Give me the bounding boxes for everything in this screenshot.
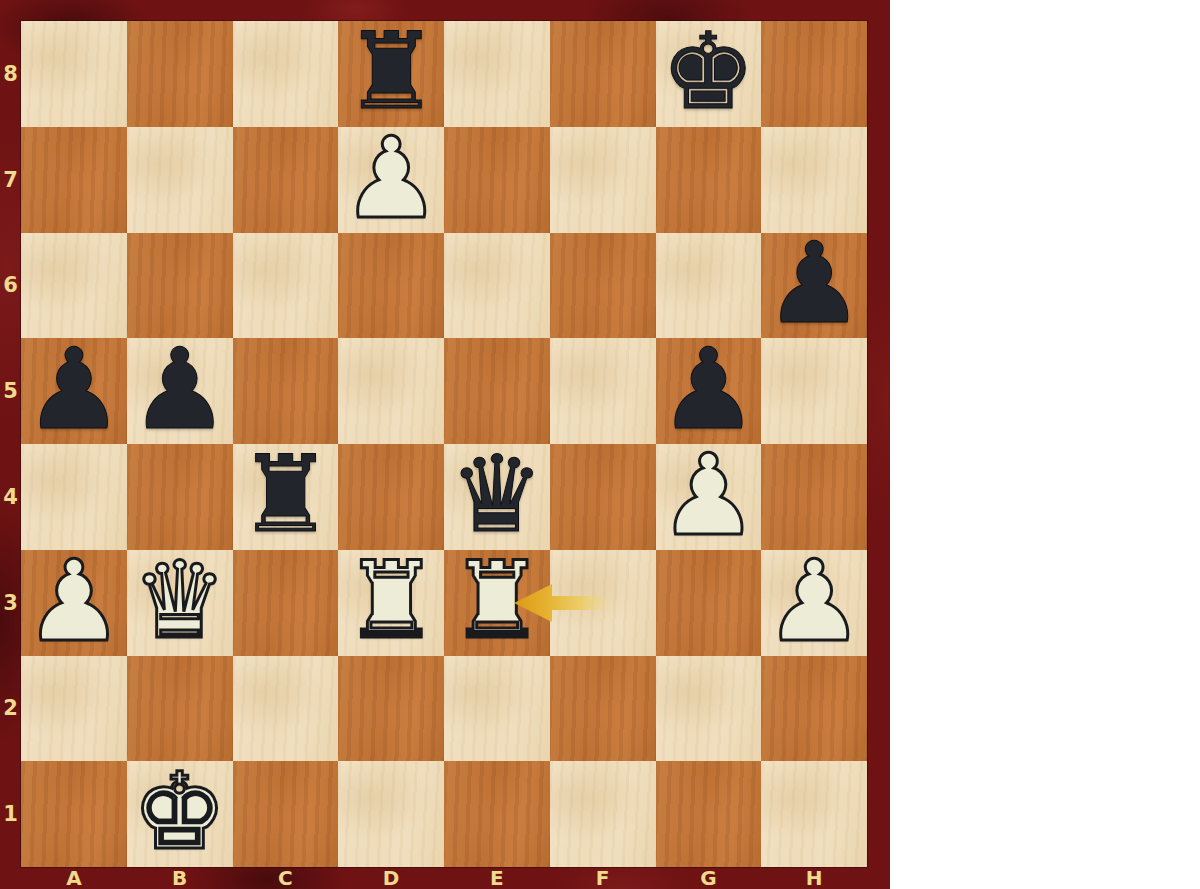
rank-label-8: 8: [0, 21, 21, 127]
square-b8[interactable]: [127, 21, 233, 127]
white-rook-d3[interactable]: ♜: [344, 550, 439, 654]
square-g6[interactable]: [656, 233, 762, 339]
black-rook-c4[interactable]: ♜: [238, 444, 333, 548]
file-label-f: F: [550, 867, 656, 889]
square-g3[interactable]: [656, 550, 762, 656]
square-g8[interactable]: ♚: [656, 21, 762, 127]
rank-label-5: 5: [0, 338, 21, 444]
square-b4[interactable]: [127, 444, 233, 550]
white-pawn-h3[interactable]: ♟: [764, 550, 864, 656]
square-e6[interactable]: [444, 233, 550, 339]
square-d8[interactable]: ♜: [338, 21, 444, 127]
white-pawn-a3[interactable]: ♟: [24, 550, 124, 656]
square-a8[interactable]: [21, 21, 127, 127]
square-g4[interactable]: ♟: [656, 444, 762, 550]
square-g2[interactable]: [656, 656, 762, 762]
black-rook-d8[interactable]: ♜: [344, 21, 439, 125]
rank-label-3: 3: [0, 550, 21, 656]
rank-coordinates: 87654321: [0, 21, 21, 867]
square-a3[interactable]: ♟: [21, 550, 127, 656]
white-pawn-g4[interactable]: ♟: [658, 444, 758, 550]
square-e4[interactable]: ♛: [444, 444, 550, 550]
square-a1[interactable]: [21, 761, 127, 867]
black-pawn-a5[interactable]: ♟: [24, 338, 124, 444]
square-f3[interactable]: [550, 550, 656, 656]
square-g1[interactable]: [656, 761, 762, 867]
square-a4[interactable]: [21, 444, 127, 550]
black-pawn-b5[interactable]: ♟: [129, 338, 229, 444]
square-e8[interactable]: [444, 21, 550, 127]
square-c3[interactable]: [233, 550, 339, 656]
square-d1[interactable]: [338, 761, 444, 867]
rank-label-7: 7: [0, 127, 21, 233]
square-c4[interactable]: ♜: [233, 444, 339, 550]
file-label-d: D: [338, 867, 444, 889]
square-e3[interactable]: ♜: [444, 550, 550, 656]
square-h3[interactable]: ♟: [761, 550, 867, 656]
white-queen-b3[interactable]: ♛: [132, 550, 227, 654]
black-king-g8[interactable]: ♚: [661, 21, 756, 125]
rank-label-1: 1: [0, 761, 21, 867]
file-label-e: E: [444, 867, 550, 889]
square-a5[interactable]: ♟: [21, 338, 127, 444]
square-c7[interactable]: [233, 127, 339, 233]
chess-board-frame: 87654321 ♜♚♟♟♟♟♟♜♛♟♟♛♜♜♟♚ ABCDEFGH: [0, 0, 890, 889]
square-b7[interactable]: [127, 127, 233, 233]
file-label-g: G: [656, 867, 762, 889]
file-coordinates: ABCDEFGH: [21, 867, 867, 889]
square-f4[interactable]: [550, 444, 656, 550]
black-pawn-g5[interactable]: ♟: [658, 338, 758, 444]
square-c5[interactable]: [233, 338, 339, 444]
file-label-c: C: [233, 867, 339, 889]
file-label-a: A: [21, 867, 127, 889]
square-h6[interactable]: ♟: [761, 233, 867, 339]
square-c8[interactable]: [233, 21, 339, 127]
square-g5[interactable]: ♟: [656, 338, 762, 444]
white-pawn-d7[interactable]: ♟: [341, 127, 441, 233]
square-h8[interactable]: [761, 21, 867, 127]
square-h4[interactable]: [761, 444, 867, 550]
square-b1[interactable]: ♚: [127, 761, 233, 867]
file-label-h: H: [761, 867, 867, 889]
square-h1[interactable]: [761, 761, 867, 867]
square-d4[interactable]: [338, 444, 444, 550]
chess-board[interactable]: ♜♚♟♟♟♟♟♜♛♟♟♛♜♜♟♚: [21, 21, 867, 867]
square-h2[interactable]: [761, 656, 867, 762]
square-d6[interactable]: [338, 233, 444, 339]
square-d5[interactable]: [338, 338, 444, 444]
square-b5[interactable]: ♟: [127, 338, 233, 444]
square-a6[interactable]: [21, 233, 127, 339]
square-c2[interactable]: [233, 656, 339, 762]
square-f8[interactable]: [550, 21, 656, 127]
square-c1[interactable]: [233, 761, 339, 867]
white-king-b1[interactable]: ♚: [132, 761, 227, 865]
file-label-b: B: [127, 867, 233, 889]
square-b3[interactable]: ♛: [127, 550, 233, 656]
square-g7[interactable]: [656, 127, 762, 233]
square-e7[interactable]: [444, 127, 550, 233]
screenshot-canvas: 87654321 ♜♚♟♟♟♟♟♜♛♟♟♛♜♜♟♚ ABCDEFGH: [0, 0, 1200, 889]
square-b6[interactable]: [127, 233, 233, 339]
white-rook-e3[interactable]: ♜: [449, 550, 544, 654]
square-e5[interactable]: [444, 338, 550, 444]
square-f6[interactable]: [550, 233, 656, 339]
square-f5[interactable]: [550, 338, 656, 444]
square-c6[interactable]: [233, 233, 339, 339]
square-b2[interactable]: [127, 656, 233, 762]
square-d7[interactable]: ♟: [338, 127, 444, 233]
square-e1[interactable]: [444, 761, 550, 867]
rank-label-2: 2: [0, 656, 21, 762]
square-f7[interactable]: [550, 127, 656, 233]
rank-label-6: 6: [0, 233, 21, 339]
square-f1[interactable]: [550, 761, 656, 867]
square-e2[interactable]: [444, 656, 550, 762]
square-f2[interactable]: [550, 656, 656, 762]
square-d3[interactable]: ♜: [338, 550, 444, 656]
square-a7[interactable]: [21, 127, 127, 233]
black-pawn-h6[interactable]: ♟: [764, 233, 864, 339]
rank-label-4: 4: [0, 444, 21, 550]
square-h7[interactable]: [761, 127, 867, 233]
square-h5[interactable]: [761, 338, 867, 444]
black-queen-e4[interactable]: ♛: [449, 444, 544, 548]
square-d2[interactable]: [338, 656, 444, 762]
square-a2[interactable]: [21, 656, 127, 762]
